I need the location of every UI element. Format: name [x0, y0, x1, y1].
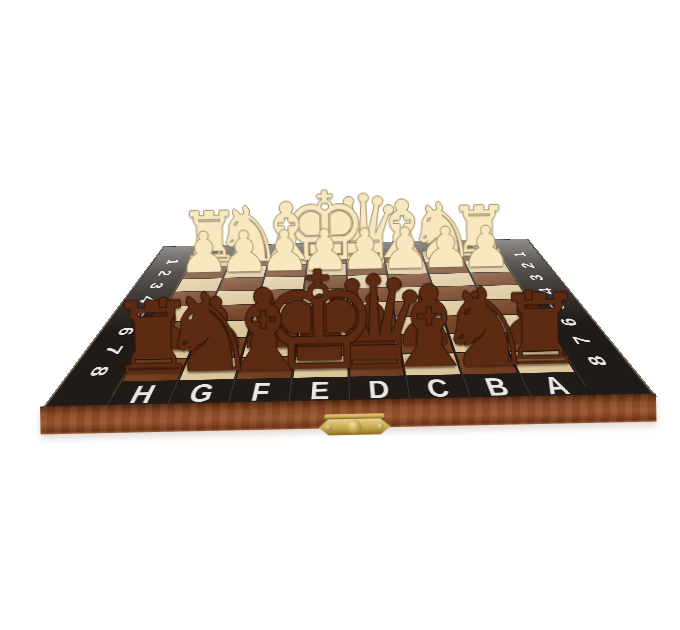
square-a6[interactable]	[492, 315, 548, 332]
file-labels-far-edge: HGFEDCBA	[195, 240, 497, 256]
square-g4[interactable]	[212, 290, 259, 304]
square-e4[interactable]	[303, 289, 346, 303]
square-e6[interactable]	[298, 319, 346, 337]
square-a5[interactable]	[484, 299, 537, 315]
square-f2[interactable]	[265, 265, 306, 277]
square-h5[interactable]	[158, 306, 210, 322]
square-h4[interactable]	[167, 291, 216, 306]
square-d2[interactable]	[347, 263, 386, 275]
square-a4[interactable]	[477, 285, 527, 299]
square-b2[interactable]	[426, 261, 469, 273]
square-h2[interactable]	[183, 266, 227, 278]
clasp-screw-left	[325, 424, 331, 430]
square-f3[interactable]	[262, 277, 305, 290]
square-g3[interactable]	[218, 277, 263, 290]
file-label-far-e: E	[307, 238, 346, 259]
square-b3[interactable]	[430, 273, 475, 286]
square-g7[interactable]	[189, 338, 245, 358]
file-label-far-f: F	[269, 239, 310, 260]
square-d5[interactable]	[348, 302, 394, 318]
square-d3[interactable]	[347, 275, 388, 288]
brass-clasp	[318, 413, 391, 441]
square-d6[interactable]	[348, 318, 396, 336]
square-f7[interactable]	[243, 337, 296, 357]
square-b6[interactable]	[444, 316, 497, 333]
square-c2[interactable]	[386, 262, 427, 274]
square-c3[interactable]	[389, 274, 432, 287]
square-d4[interactable]	[348, 288, 391, 302]
square-h3[interactable]	[175, 278, 221, 291]
square-a2[interactable]	[465, 261, 510, 273]
square-g5[interactable]	[205, 305, 255, 321]
square-b5[interactable]	[439, 300, 489, 316]
file-label-far-d: D	[346, 237, 385, 258]
square-h7[interactable]	[136, 339, 195, 359]
square-c4[interactable]	[391, 287, 436, 301]
square-a3[interactable]	[471, 272, 518, 285]
product-photo-background: HGFEDCBA HGFEDCBA 12345678 12345678 ♜♞♝♛…	[0, 0, 680, 630]
square-e5[interactable]	[301, 303, 346, 319]
chess-board: HGFEDCBA HGFEDCBA 12345678 12345678	[43, 239, 655, 409]
file-label-far-g: G	[230, 240, 274, 261]
square-g2[interactable]	[224, 266, 266, 278]
square-e3[interactable]	[305, 276, 346, 289]
square-c6[interactable]	[396, 317, 447, 335]
square-e2[interactable]	[306, 264, 345, 276]
square-c7[interactable]	[399, 334, 453, 354]
square-b7[interactable]	[450, 333, 507, 352]
square-g6[interactable]	[198, 321, 251, 339]
square-f6[interactable]	[248, 320, 298, 338]
chess-set: HGFEDCBA HGFEDCBA 12345678 12345678 ♜♞♝♛…	[0, 0, 680, 630]
square-d7[interactable]	[349, 335, 400, 355]
square-e7[interactable]	[296, 336, 347, 356]
square-h6[interactable]	[147, 322, 202, 340]
square-b4[interactable]	[434, 286, 482, 300]
square-c5[interactable]	[393, 301, 441, 317]
square-f5[interactable]	[253, 304, 300, 320]
clasp-screw-right	[377, 423, 383, 429]
square-f4[interactable]	[258, 290, 303, 304]
